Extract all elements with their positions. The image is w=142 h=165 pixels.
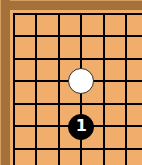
board-cell: [35, 13, 58, 36]
stone-label: 1: [76, 118, 87, 135]
board-cell: [13, 103, 36, 126]
board-cell: [125, 35, 142, 58]
board-cell: [58, 148, 81, 165]
black-stone-move-1: 1: [68, 114, 94, 140]
board-cell: [125, 13, 142, 36]
board-cell: [35, 58, 58, 81]
board-cell: [13, 148, 36, 165]
board-cell: [58, 13, 81, 36]
board-cell: [125, 58, 142, 81]
board-edge-top: [0, 0, 142, 10]
board-cell: [35, 148, 58, 165]
board-cell: [103, 58, 126, 81]
board-cell: [35, 125, 58, 148]
board-cell: [80, 35, 103, 58]
board-cell: [125, 103, 142, 126]
board-cell: [125, 148, 142, 165]
board-cell: [13, 80, 36, 103]
board-cell: [103, 148, 126, 165]
board-cell: [58, 35, 81, 58]
board-cell: [125, 80, 142, 103]
board-cell: [13, 13, 36, 36]
board-cell: [103, 80, 126, 103]
board-cell: [103, 35, 126, 58]
board-cell: [103, 13, 126, 36]
board-cell: [35, 103, 58, 126]
board-cell: [13, 58, 36, 81]
go-board: 1: [0, 0, 142, 165]
board-cell: [35, 35, 58, 58]
board-cell: [103, 125, 126, 148]
board-cell: [80, 13, 103, 36]
board-cell: [125, 125, 142, 148]
board-edge-left: [0, 0, 10, 165]
board-cell: [13, 125, 36, 148]
board-cell: [103, 103, 126, 126]
board-cell: [13, 35, 36, 58]
board-cell: [80, 148, 103, 165]
board-cell: [35, 80, 58, 103]
